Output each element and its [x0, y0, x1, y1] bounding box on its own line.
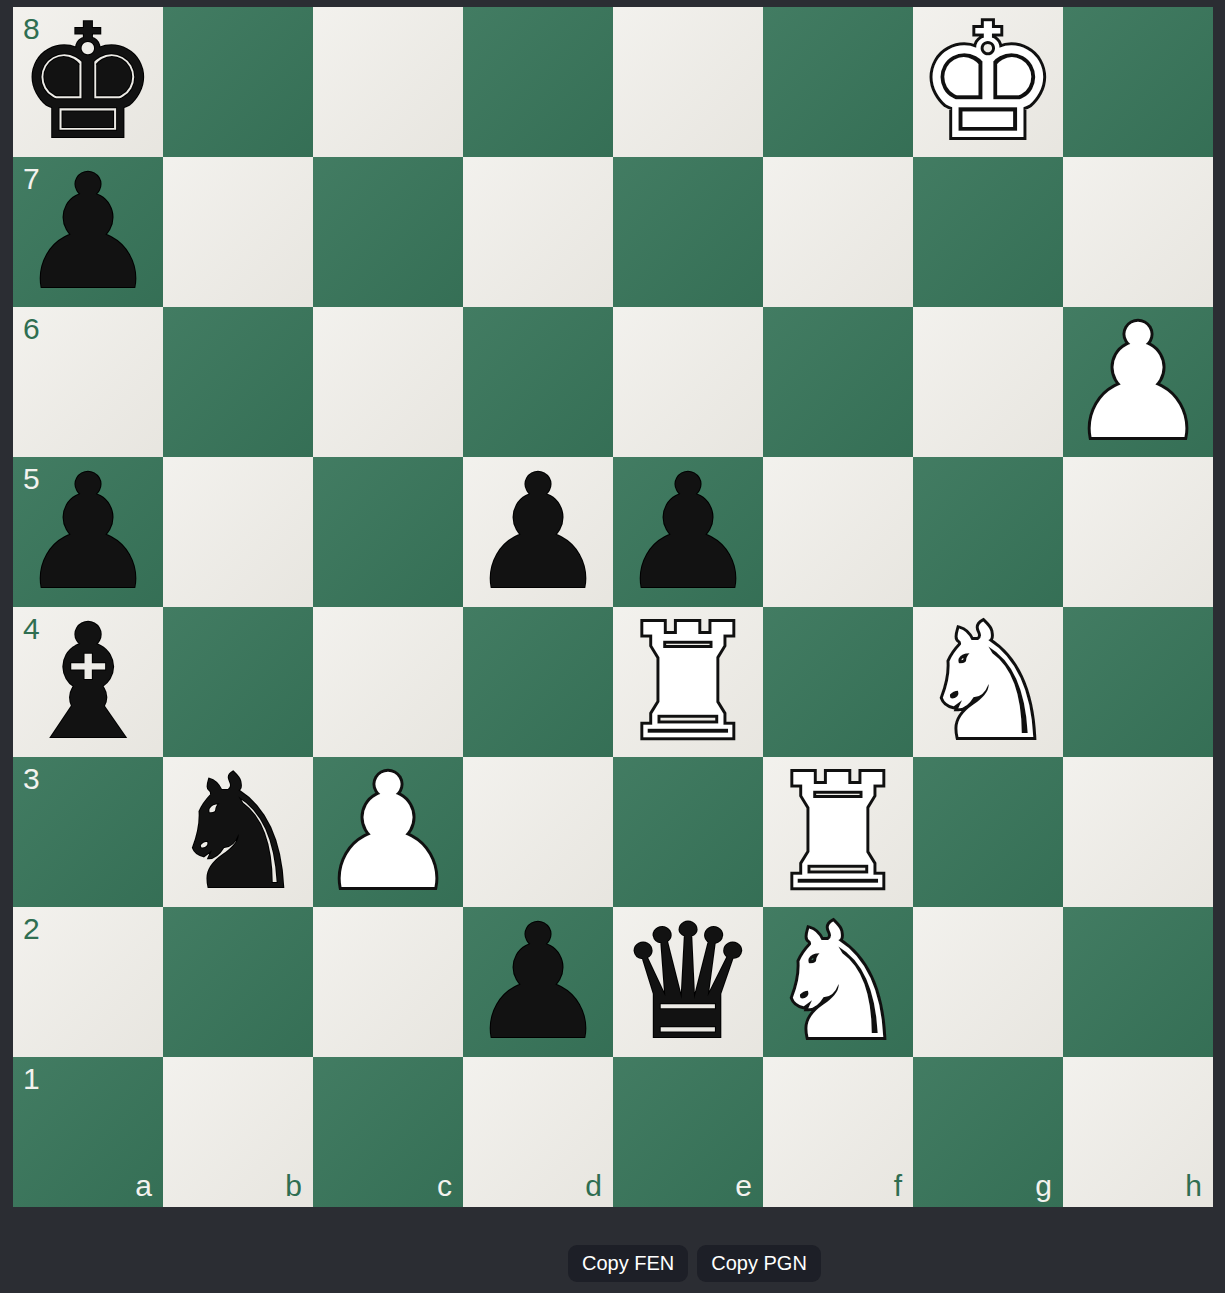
- file-label-c: c: [437, 1171, 452, 1201]
- square-h8[interactable]: [1063, 7, 1213, 157]
- piece-white-rook[interactable]: ♜: [617, 603, 759, 761]
- piece-white-rook[interactable]: ♜: [767, 753, 909, 911]
- square-h3[interactable]: [1063, 757, 1213, 907]
- square-g6[interactable]: [913, 307, 1063, 457]
- copy-pgn-button[interactable]: Copy PGN: [697, 1245, 821, 1282]
- square-c2[interactable]: [313, 907, 463, 1057]
- square-h5[interactable]: [1063, 457, 1213, 607]
- square-f6[interactable]: [763, 307, 913, 457]
- rank-label-7: 7: [23, 164, 40, 194]
- piece-white-pawn[interactable]: ♟: [1067, 303, 1209, 461]
- rank-label-6: 6: [23, 314, 40, 344]
- file-label-e: e: [735, 1171, 752, 1201]
- piece-black-pawn[interactable]: ♟: [617, 453, 759, 611]
- square-g8[interactable]: ♚: [913, 7, 1063, 157]
- square-g5[interactable]: [913, 457, 1063, 607]
- square-d5[interactable]: ♟: [463, 457, 613, 607]
- square-d4[interactable]: [463, 607, 613, 757]
- square-h6[interactable]: ♟: [1063, 307, 1213, 457]
- square-b4[interactable]: [163, 607, 313, 757]
- square-a3[interactable]: 3: [13, 757, 163, 907]
- square-c3[interactable]: ♟: [313, 757, 463, 907]
- page-background: 8♚♚7♟6♟5♟♟♟4♝♜♞3♞♟♜2♟♛♞1abcdefgh Copy FE…: [0, 0, 1225, 1293]
- square-f8[interactable]: [763, 7, 913, 157]
- square-a7[interactable]: 7♟: [13, 157, 163, 307]
- square-b5[interactable]: [163, 457, 313, 607]
- square-f2[interactable]: ♞: [763, 907, 913, 1057]
- piece-white-knight[interactable]: ♞: [767, 903, 909, 1061]
- square-f7[interactable]: [763, 157, 913, 307]
- square-c8[interactable]: [313, 7, 463, 157]
- piece-black-queen[interactable]: ♛: [617, 903, 759, 1061]
- square-d8[interactable]: [463, 7, 613, 157]
- square-b3[interactable]: ♞: [163, 757, 313, 907]
- file-label-g: g: [1035, 1171, 1052, 1201]
- square-b2[interactable]: [163, 907, 313, 1057]
- rank-label-5: 5: [23, 464, 40, 494]
- piece-white-king[interactable]: ♚: [917, 3, 1059, 161]
- piece-white-pawn[interactable]: ♟: [317, 753, 459, 911]
- square-c1[interactable]: c: [313, 1057, 463, 1207]
- square-g2[interactable]: [913, 907, 1063, 1057]
- square-b7[interactable]: [163, 157, 313, 307]
- square-c5[interactable]: [313, 457, 463, 607]
- square-h2[interactable]: [1063, 907, 1213, 1057]
- square-c4[interactable]: [313, 607, 463, 757]
- square-g4[interactable]: ♞: [913, 607, 1063, 757]
- square-e8[interactable]: [613, 7, 763, 157]
- square-b8[interactable]: [163, 7, 313, 157]
- square-a6[interactable]: 6: [13, 307, 163, 457]
- square-g7[interactable]: [913, 157, 1063, 307]
- square-h4[interactable]: [1063, 607, 1213, 757]
- square-e6[interactable]: [613, 307, 763, 457]
- square-e7[interactable]: [613, 157, 763, 307]
- chess-board: 8♚♚7♟6♟5♟♟♟4♝♜♞3♞♟♜2♟♛♞1abcdefgh: [13, 7, 1213, 1207]
- square-e2[interactable]: ♛: [613, 907, 763, 1057]
- square-g1[interactable]: g: [913, 1057, 1063, 1207]
- square-d7[interactable]: [463, 157, 613, 307]
- piece-white-knight[interactable]: ♞: [917, 603, 1059, 761]
- square-f5[interactable]: [763, 457, 913, 607]
- square-d2[interactable]: ♟: [463, 907, 613, 1057]
- square-d3[interactable]: [463, 757, 613, 907]
- square-h7[interactable]: [1063, 157, 1213, 307]
- square-e4[interactable]: ♜: [613, 607, 763, 757]
- square-a2[interactable]: 2: [13, 907, 163, 1057]
- square-c6[interactable]: [313, 307, 463, 457]
- square-f4[interactable]: [763, 607, 913, 757]
- rank-label-2: 2: [23, 914, 40, 944]
- rank-label-3: 3: [23, 764, 40, 794]
- rank-label-1: 1: [23, 1064, 40, 1094]
- square-e5[interactable]: ♟: [613, 457, 763, 607]
- piece-black-pawn[interactable]: ♟: [467, 453, 609, 611]
- square-b6[interactable]: [163, 307, 313, 457]
- square-d1[interactable]: d: [463, 1057, 613, 1207]
- rank-label-8: 8: [23, 14, 40, 44]
- file-label-f: f: [894, 1171, 902, 1201]
- square-b1[interactable]: b: [163, 1057, 313, 1207]
- square-g3[interactable]: [913, 757, 1063, 907]
- copy-fen-button[interactable]: Copy FEN: [568, 1245, 688, 1282]
- file-label-b: b: [285, 1171, 302, 1201]
- square-f3[interactable]: ♜: [763, 757, 913, 907]
- square-e1[interactable]: e: [613, 1057, 763, 1207]
- file-label-a: a: [135, 1171, 152, 1201]
- square-h1[interactable]: h: [1063, 1057, 1213, 1207]
- square-e3[interactable]: [613, 757, 763, 907]
- square-f1[interactable]: f: [763, 1057, 913, 1207]
- square-a8[interactable]: 8♚: [13, 7, 163, 157]
- square-a4[interactable]: 4♝: [13, 607, 163, 757]
- square-c7[interactable]: [313, 157, 463, 307]
- board-actions: Copy FEN Copy PGN: [568, 1245, 821, 1282]
- square-a5[interactable]: 5♟: [13, 457, 163, 607]
- rank-label-4: 4: [23, 614, 40, 644]
- file-label-h: h: [1185, 1171, 1202, 1201]
- square-d6[interactable]: [463, 307, 613, 457]
- piece-black-pawn[interactable]: ♟: [467, 903, 609, 1061]
- file-label-d: d: [585, 1171, 602, 1201]
- square-a1[interactable]: 1a: [13, 1057, 163, 1207]
- piece-black-knight[interactable]: ♞: [167, 753, 309, 911]
